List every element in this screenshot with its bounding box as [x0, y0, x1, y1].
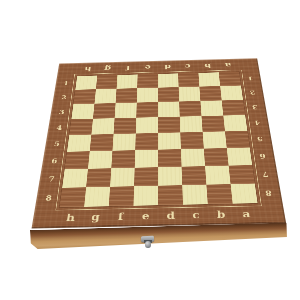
square-g2	[94, 89, 116, 104]
square-e4	[136, 117, 158, 133]
rank-label-7-right: 7	[252, 165, 279, 184]
square-e2	[137, 88, 158, 103]
file-label-d-far: d	[158, 60, 178, 74]
square-d4	[158, 117, 180, 133]
square-b2	[199, 86, 221, 101]
square-f2	[116, 88, 138, 103]
rank-label-8-left: 8	[35, 188, 62, 208]
square-c6	[181, 149, 205, 167]
square-d3	[158, 102, 180, 118]
square-f4	[114, 118, 137, 134]
square-c5	[180, 132, 204, 149]
metal-clasp	[138, 233, 158, 251]
square-h1	[75, 76, 97, 90]
file-label-a-far: a	[217, 59, 239, 73]
square-e3	[136, 102, 158, 118]
file-label-c-far: c	[178, 60, 199, 74]
file-label-a-near: a	[233, 203, 261, 224]
square-c4	[180, 116, 203, 132]
square-b1	[198, 72, 220, 86]
square-b7	[205, 166, 231, 185]
rank-label-6-left: 6	[41, 152, 67, 170]
square-b3	[200, 100, 223, 116]
square-g7	[86, 168, 111, 187]
rank-label-8-right: 8	[255, 183, 283, 203]
chess-board: hgfedcba hgfedcba 12345678 12345678	[32, 58, 287, 228]
square-g6	[88, 151, 112, 169]
file-label-e-far: e	[138, 61, 158, 75]
square-a2	[220, 86, 243, 101]
square-a5	[225, 131, 250, 148]
square-c1	[178, 73, 199, 87]
square-f7	[110, 168, 135, 187]
square-b5	[203, 131, 227, 148]
square-d1	[158, 73, 179, 87]
board-grid	[60, 72, 258, 208]
square-g4	[91, 118, 114, 134]
square-f3	[115, 103, 137, 119]
rank-label-3-right: 3	[243, 99, 267, 115]
rank-label-4-right: 4	[245, 114, 270, 130]
square-f5	[112, 134, 135, 151]
square-a6	[227, 148, 252, 166]
square-c3	[179, 101, 201, 117]
square-e6	[135, 150, 158, 168]
square-b8	[206, 184, 232, 204]
square-d5	[158, 132, 181, 149]
file-label-f-near: f	[107, 206, 133, 227]
square-d2	[158, 87, 179, 102]
square-d6	[158, 149, 182, 167]
rank-label-5-right: 5	[247, 130, 272, 147]
square-g5	[90, 134, 114, 151]
square-c2	[179, 87, 201, 102]
square-b4	[201, 116, 224, 132]
square-a7	[229, 165, 255, 184]
square-h2	[73, 89, 96, 104]
rank-label-4-left: 4	[47, 119, 71, 135]
square-e8	[133, 186, 158, 206]
square-h3	[71, 104, 94, 120]
file-label-b-far: b	[197, 59, 218, 73]
square-g1	[96, 75, 118, 89]
file-label-f-far: f	[117, 61, 138, 75]
rank-label-2-right: 2	[241, 85, 264, 100]
square-h5	[67, 135, 91, 152]
square-a8	[231, 184, 258, 204]
square-g8	[84, 187, 110, 207]
square-a3	[222, 100, 245, 116]
square-h7	[62, 169, 88, 188]
square-e1	[137, 74, 158, 88]
file-label-h-far: h	[77, 62, 98, 76]
square-f8	[109, 186, 134, 206]
square-h4	[69, 119, 93, 135]
square-e5	[135, 133, 158, 150]
file-label-c-near: c	[183, 204, 209, 225]
square-c7	[182, 166, 207, 185]
rank-label-3-left: 3	[50, 104, 74, 120]
clasp-knob	[145, 241, 152, 248]
product-photo: hgfedcba hgfedcba 12345678 12345678	[0, 0, 300, 300]
rank-label-1-right: 1	[239, 71, 262, 85]
square-d8	[158, 185, 183, 205]
rank-label-1-left: 1	[55, 76, 77, 90]
file-label-d-near: d	[158, 205, 184, 226]
square-c8	[182, 185, 208, 205]
square-g3	[93, 103, 116, 119]
square-e7	[134, 167, 158, 186]
file-label-b-near: b	[208, 204, 235, 225]
rank-label-7-left: 7	[38, 169, 64, 188]
square-h8	[60, 187, 87, 207]
file-label-g-far: g	[97, 62, 118, 76]
square-f1	[117, 74, 138, 88]
square-a1	[219, 72, 241, 86]
file-label-g-near: g	[82, 206, 109, 227]
board-3d-wrapper: hgfedcba hgfedcba 12345678 12345678	[32, 58, 287, 228]
rank-label-2-left: 2	[52, 90, 75, 105]
square-d7	[158, 167, 182, 186]
file-label-h-near: h	[57, 207, 84, 228]
square-f6	[111, 150, 135, 168]
square-a4	[223, 115, 247, 131]
file-label-e-near: e	[133, 205, 158, 226]
square-h6	[65, 151, 90, 169]
rank-label-5-left: 5	[44, 135, 69, 152]
rank-label-6-right: 6	[250, 147, 276, 165]
square-b6	[204, 148, 229, 166]
